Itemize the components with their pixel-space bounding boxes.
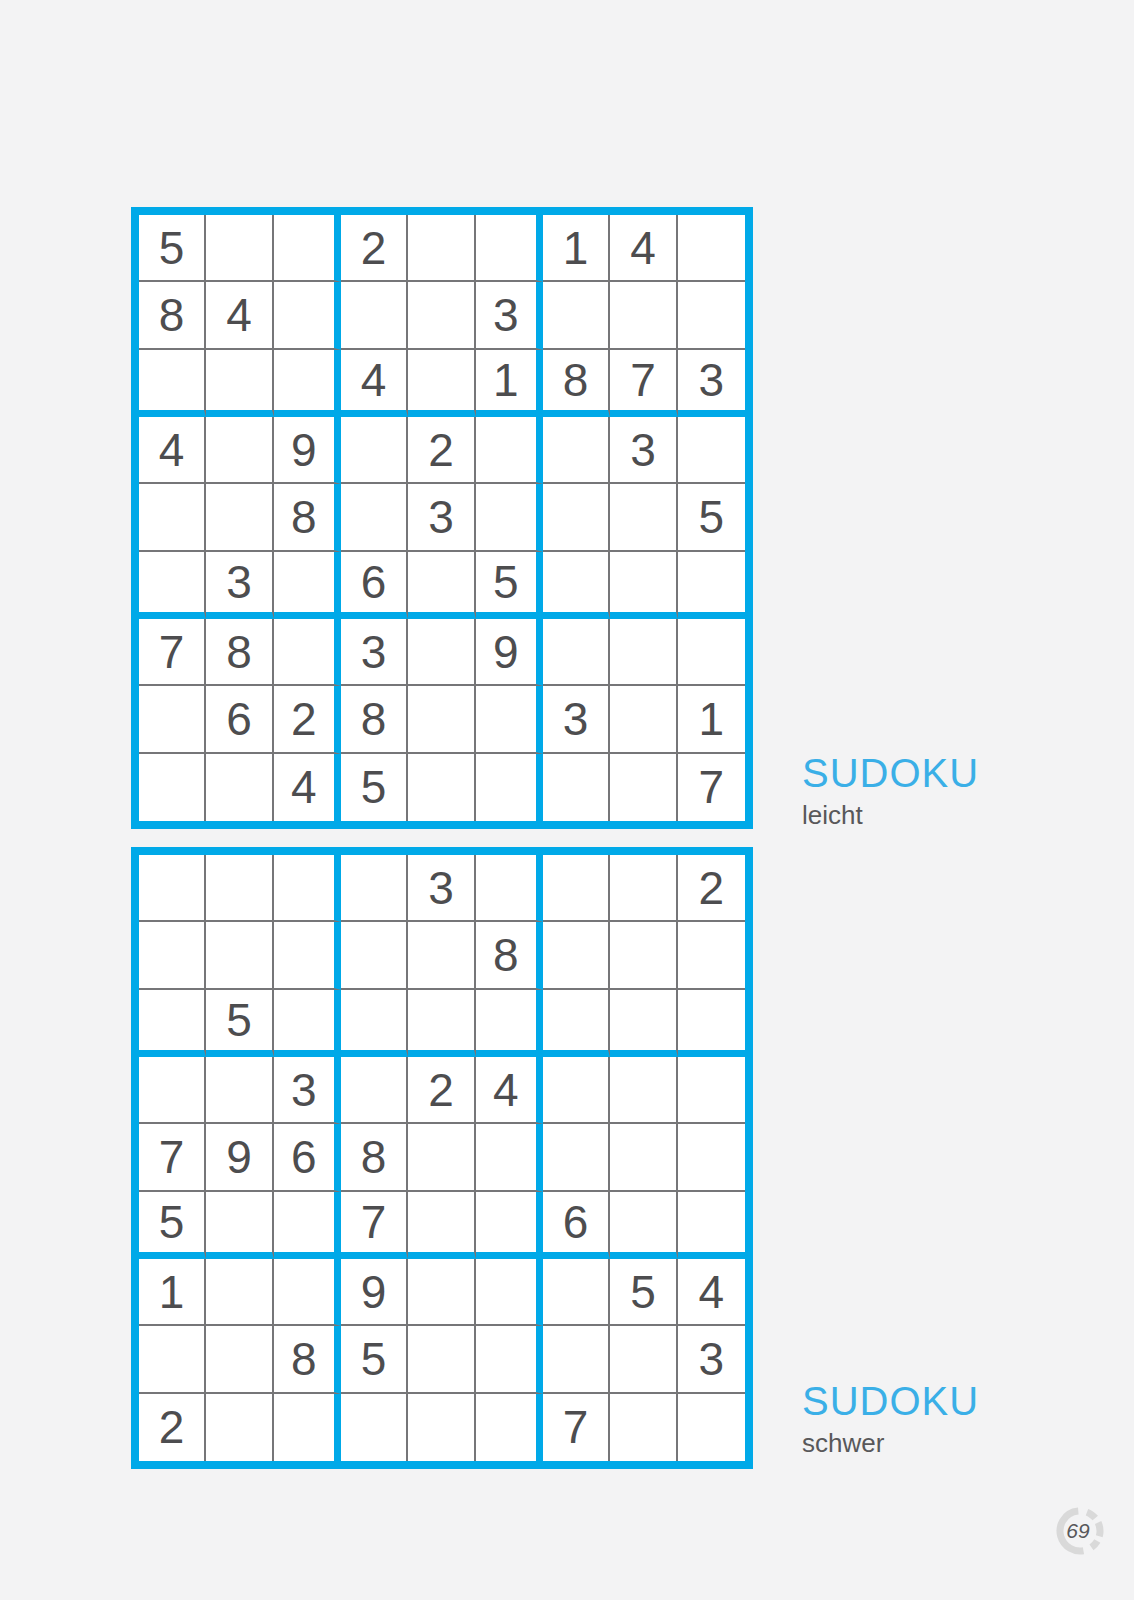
cell-r1c6[interactable] xyxy=(476,855,543,922)
cell-r5c6[interactable] xyxy=(476,484,543,551)
cell-r5c9[interactable] xyxy=(678,1124,745,1191)
cell-r9c5[interactable] xyxy=(408,1394,475,1461)
cell-r5c5[interactable] xyxy=(408,1124,475,1191)
cell-r2c3[interactable] xyxy=(274,922,341,989)
cell-r3c2[interactable] xyxy=(206,350,273,417)
cell-r9c5[interactable] xyxy=(408,754,475,821)
cell-r4c9[interactable] xyxy=(678,1057,745,1124)
cell-r6c6[interactable] xyxy=(476,1192,543,1259)
cell-r8c8[interactable] xyxy=(610,686,677,753)
cell-r6c4: 6 xyxy=(341,552,408,619)
cell-r3c3[interactable] xyxy=(274,990,341,1057)
cell-r4c8: 3 xyxy=(610,417,677,484)
cell-r7c5[interactable] xyxy=(408,1259,475,1326)
cell-r6c3[interactable] xyxy=(274,552,341,619)
cell-r2c4[interactable] xyxy=(341,282,408,349)
cell-r8c7[interactable] xyxy=(543,1326,610,1393)
cell-r3c1[interactable] xyxy=(139,350,206,417)
cell-r6c6: 5 xyxy=(476,552,543,619)
cell-r6c3[interactable] xyxy=(274,1192,341,1259)
cell-r8c6[interactable] xyxy=(476,1326,543,1393)
cell-r9c3[interactable] xyxy=(274,1394,341,1461)
page: 5214843418734923835365783962831457 32853… xyxy=(0,0,1134,1600)
cell-r9c4[interactable] xyxy=(341,1394,408,1461)
cell-r5c5: 3 xyxy=(408,484,475,551)
cell-r9c3: 4 xyxy=(274,754,341,821)
cell-r2c2: 4 xyxy=(206,282,273,349)
cell-r7c3[interactable] xyxy=(274,619,341,686)
cell-r5c8[interactable] xyxy=(610,1124,677,1191)
cell-r6c1[interactable] xyxy=(139,552,206,619)
cell-r9c2[interactable] xyxy=(206,1394,273,1461)
cell-r3c6[interactable] xyxy=(476,990,543,1057)
cell-r5c3: 8 xyxy=(274,484,341,551)
cell-r6c9[interactable] xyxy=(678,1192,745,1259)
cell-r6c8[interactable] xyxy=(610,1192,677,1259)
cell-r1c2[interactable] xyxy=(206,855,273,922)
cell-r1c7: 1 xyxy=(543,215,610,282)
cell-r5c1: 7 xyxy=(139,1124,206,1191)
cell-r5c2[interactable] xyxy=(206,484,273,551)
cell-r7c7[interactable] xyxy=(543,619,610,686)
sudoku-board-schwer: 32853247968576195485327 xyxy=(131,847,753,1469)
cell-r2c5[interactable] xyxy=(408,282,475,349)
cell-r3c4[interactable] xyxy=(341,990,408,1057)
cell-r1c9[interactable] xyxy=(678,215,745,282)
cell-r6c7[interactable] xyxy=(543,552,610,619)
cell-r2c3[interactable] xyxy=(274,282,341,349)
cell-r5c4: 8 xyxy=(341,1124,408,1191)
cell-r4c5: 2 xyxy=(408,417,475,484)
cell-r7c8: 5 xyxy=(610,1259,677,1326)
sudoku-title-schwer: SUDOKU xyxy=(802,1380,1102,1422)
cell-r8c3: 8 xyxy=(274,1326,341,1393)
cell-r7c8[interactable] xyxy=(610,619,677,686)
page-number: 69 xyxy=(1052,1503,1104,1559)
cell-r9c7: 7 xyxy=(543,1394,610,1461)
cell-r7c1: 7 xyxy=(139,619,206,686)
cell-r4c3: 3 xyxy=(274,1057,341,1124)
cell-r8c1[interactable] xyxy=(139,1326,206,1393)
cell-r8c7: 3 xyxy=(543,686,610,753)
cell-r3c8: 7 xyxy=(610,350,677,417)
cell-r2c6: 3 xyxy=(476,282,543,349)
cell-r2c9[interactable] xyxy=(678,282,745,349)
cell-r1c7[interactable] xyxy=(543,855,610,922)
cell-r4c6[interactable] xyxy=(476,417,543,484)
cell-r3c9[interactable] xyxy=(678,990,745,1057)
cell-r3c7: 8 xyxy=(543,350,610,417)
cell-r3c5[interactable] xyxy=(408,350,475,417)
cell-r1c1: 5 xyxy=(139,215,206,282)
cell-r4c5: 2 xyxy=(408,1057,475,1124)
cell-r4c7[interactable] xyxy=(543,417,610,484)
cell-r1c1[interactable] xyxy=(139,855,206,922)
cell-r7c5[interactable] xyxy=(408,619,475,686)
cell-r6c2: 3 xyxy=(206,552,273,619)
cell-r5c8[interactable] xyxy=(610,484,677,551)
cell-r6c9[interactable] xyxy=(678,552,745,619)
cell-r8c2[interactable] xyxy=(206,1326,273,1393)
cell-r7c4: 9 xyxy=(341,1259,408,1326)
cell-r5c3: 6 xyxy=(274,1124,341,1191)
cell-r9c6[interactable] xyxy=(476,1394,543,1461)
cell-r2c2[interactable] xyxy=(206,922,273,989)
cell-r7c6[interactable] xyxy=(476,1259,543,1326)
cell-r8c5[interactable] xyxy=(408,1326,475,1393)
cell-r1c4: 2 xyxy=(341,215,408,282)
cell-r5c4[interactable] xyxy=(341,484,408,551)
cell-r3c8[interactable] xyxy=(610,990,677,1057)
cell-r8c6[interactable] xyxy=(476,686,543,753)
cell-r3c2: 5 xyxy=(206,990,273,1057)
cell-r7c6: 9 xyxy=(476,619,543,686)
cell-r6c4: 7 xyxy=(341,1192,408,1259)
cell-r9c1[interactable] xyxy=(139,754,206,821)
cell-r7c3[interactable] xyxy=(274,1259,341,1326)
cell-r8c9: 1 xyxy=(678,686,745,753)
difficulty-label-schwer: schwer xyxy=(802,1428,1102,1459)
cell-r9c9[interactable] xyxy=(678,1394,745,1461)
cell-r4c7[interactable] xyxy=(543,1057,610,1124)
cell-r2c8[interactable] xyxy=(610,282,677,349)
cell-r8c2: 6 xyxy=(206,686,273,753)
cell-r7c2[interactable] xyxy=(206,1259,273,1326)
difficulty-label-leicht: leicht xyxy=(802,800,1102,831)
cell-r2c6: 8 xyxy=(476,922,543,989)
caption-schwer: SUDOKU schwer xyxy=(802,1380,1102,1459)
cell-r2c7[interactable] xyxy=(543,922,610,989)
cell-r6c1: 5 xyxy=(139,1192,206,1259)
cell-r4c2[interactable] xyxy=(206,417,273,484)
cell-r6c5[interactable] xyxy=(408,1192,475,1259)
cell-r8c9: 3 xyxy=(678,1326,745,1393)
cell-r9c1: 2 xyxy=(139,1394,206,1461)
cell-r4c9[interactable] xyxy=(678,417,745,484)
cell-r5c1[interactable] xyxy=(139,484,206,551)
cell-r4c6: 4 xyxy=(476,1057,543,1124)
cell-r4c4[interactable] xyxy=(341,417,408,484)
cell-r4c4[interactable] xyxy=(341,1057,408,1124)
cell-r3c7[interactable] xyxy=(543,990,610,1057)
cell-r2c1: 8 xyxy=(139,282,206,349)
cell-r9c4: 5 xyxy=(341,754,408,821)
cell-r5c9: 5 xyxy=(678,484,745,551)
cell-r6c2[interactable] xyxy=(206,1192,273,1259)
cell-r1c3[interactable] xyxy=(274,855,341,922)
cell-r1c2[interactable] xyxy=(206,215,273,282)
cell-r5c7[interactable] xyxy=(543,1124,610,1191)
cell-r1c8: 4 xyxy=(610,215,677,282)
cell-r1c6[interactable] xyxy=(476,215,543,282)
cell-r6c5[interactable] xyxy=(408,552,475,619)
cell-r8c1[interactable] xyxy=(139,686,206,753)
cell-r1c5: 3 xyxy=(408,855,475,922)
cell-r5c7[interactable] xyxy=(543,484,610,551)
page-number-badge: 69 xyxy=(1052,1503,1108,1559)
cell-r2c1[interactable] xyxy=(139,922,206,989)
cell-r9c6[interactable] xyxy=(476,754,543,821)
cell-r4c8[interactable] xyxy=(610,1057,677,1124)
cell-r6c8[interactable] xyxy=(610,552,677,619)
cell-r2c4[interactable] xyxy=(341,922,408,989)
cell-r8c3: 2 xyxy=(274,686,341,753)
cell-r2c5[interactable] xyxy=(408,922,475,989)
cell-r5c2: 9 xyxy=(206,1124,273,1191)
cell-r8c4: 5 xyxy=(341,1326,408,1393)
cell-r3c9: 3 xyxy=(678,350,745,417)
cell-r9c8[interactable] xyxy=(610,1394,677,1461)
cell-r7c9[interactable] xyxy=(678,619,745,686)
cell-r8c4: 8 xyxy=(341,686,408,753)
cell-r1c8[interactable] xyxy=(610,855,677,922)
cell-r5c6[interactable] xyxy=(476,1124,543,1191)
cell-r2c7[interactable] xyxy=(543,282,610,349)
cell-r1c9: 2 xyxy=(678,855,745,922)
cell-r9c8[interactable] xyxy=(610,754,677,821)
cell-r3c5[interactable] xyxy=(408,990,475,1057)
cell-r1c3[interactable] xyxy=(274,215,341,282)
cell-r4c2[interactable] xyxy=(206,1057,273,1124)
cell-r9c9: 7 xyxy=(678,754,745,821)
cell-r2c8[interactable] xyxy=(610,922,677,989)
cell-r7c7[interactable] xyxy=(543,1259,610,1326)
cell-r6c7: 6 xyxy=(543,1192,610,1259)
cell-r1c4[interactable] xyxy=(341,855,408,922)
cell-r8c8[interactable] xyxy=(610,1326,677,1393)
cell-r1c5[interactable] xyxy=(408,215,475,282)
cell-r3c6: 1 xyxy=(476,350,543,417)
cell-r2c9[interactable] xyxy=(678,922,745,989)
caption-leicht: SUDOKU leicht xyxy=(802,752,1102,831)
cell-r3c1[interactable] xyxy=(139,990,206,1057)
cell-r4c1: 4 xyxy=(139,417,206,484)
cell-r4c3: 9 xyxy=(274,417,341,484)
cell-r4c1[interactable] xyxy=(139,1057,206,1124)
cell-r9c7[interactable] xyxy=(543,754,610,821)
cell-r3c4: 4 xyxy=(341,350,408,417)
cell-r7c2: 8 xyxy=(206,619,273,686)
cell-r7c9: 4 xyxy=(678,1259,745,1326)
cell-r3c3[interactable] xyxy=(274,350,341,417)
sudoku-board-leicht: 5214843418734923835365783962831457 xyxy=(131,207,753,829)
cell-r7c1: 1 xyxy=(139,1259,206,1326)
cell-r9c2[interactable] xyxy=(206,754,273,821)
sudoku-title-leicht: SUDOKU xyxy=(802,752,1102,794)
cell-r7c4: 3 xyxy=(341,619,408,686)
cell-r8c5[interactable] xyxy=(408,686,475,753)
